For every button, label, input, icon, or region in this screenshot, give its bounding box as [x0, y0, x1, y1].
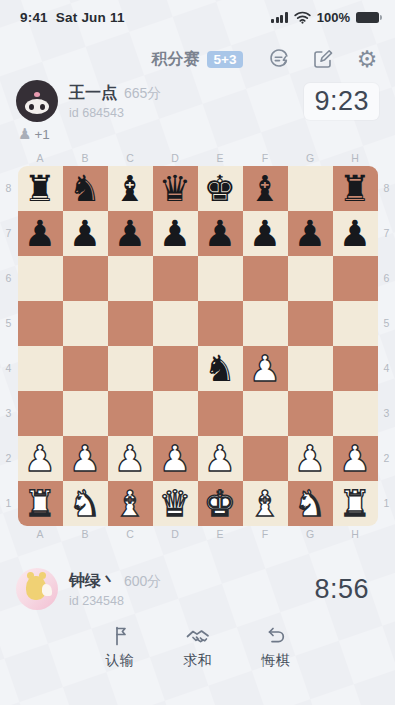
square-d8[interactable]: ♛ — [153, 166, 198, 211]
rank-label-5: 5 — [2, 301, 16, 346]
black-pawn: ♟ — [294, 211, 326, 256]
file-label-c: C — [108, 526, 153, 542]
square-a2[interactable]: ♟ — [18, 436, 63, 481]
square-a4[interactable] — [18, 346, 63, 391]
square-b1[interactable]: ♞ — [63, 481, 108, 526]
top-player-material: ♟ +1 — [0, 122, 395, 144]
black-knight: ♞ — [69, 166, 101, 211]
square-g8[interactable] — [288, 166, 333, 211]
file-label-e: E — [198, 526, 243, 542]
file-label-g: G — [288, 526, 333, 542]
white-pawn: ♟ — [114, 436, 146, 481]
rank-label-1: 1 — [2, 481, 16, 526]
white-pawn: ♟ — [249, 346, 281, 391]
file-label-b: B — [63, 526, 108, 542]
square-c2[interactable]: ♟ — [108, 436, 153, 481]
file-label-d: D — [153, 526, 198, 542]
settings-icon[interactable]: ⚙ — [355, 47, 379, 71]
square-h6[interactable] — [333, 256, 378, 301]
square-b7[interactable]: ♟ — [63, 211, 108, 256]
rank-label-8: 8 — [2, 166, 16, 211]
square-b6[interactable] — [63, 256, 108, 301]
square-a3[interactable] — [18, 391, 63, 436]
battery-icon — [356, 12, 379, 23]
time-control-badge: 5+3 — [207, 51, 244, 68]
square-f6[interactable] — [243, 256, 288, 301]
file-label-g: G — [288, 150, 333, 166]
square-d3[interactable] — [153, 391, 198, 436]
black-knight: ♞ — [204, 346, 236, 391]
black-rook: ♜ — [24, 166, 56, 211]
file-label-b: B — [63, 150, 108, 166]
black-pawn: ♟ — [24, 211, 56, 256]
square-e5[interactable] — [198, 301, 243, 346]
square-a5[interactable] — [18, 301, 63, 346]
rank-label-7: 7 — [2, 211, 16, 256]
white-pawn: ♟ — [204, 436, 236, 481]
rank-label-3: 3 — [2, 391, 16, 436]
rank-label-3: 3 — [380, 391, 394, 436]
bottom-player-rating: 600分 — [124, 573, 161, 591]
square-c5[interactable] — [108, 301, 153, 346]
square-d4[interactable] — [153, 346, 198, 391]
square-c1[interactable]: ♝ — [108, 481, 153, 526]
offer-draw-button[interactable]: 求和 — [184, 624, 212, 670]
black-bishop: ♝ — [249, 166, 281, 211]
top-player-id: id 684543 — [69, 106, 161, 120]
square-b3[interactable] — [63, 391, 108, 436]
square-b8[interactable]: ♞ — [63, 166, 108, 211]
rank-label-6: 6 — [2, 256, 16, 301]
black-pawn: ♟ — [159, 211, 191, 256]
square-f2[interactable] — [243, 436, 288, 481]
white-king: ♚ — [204, 481, 236, 526]
game-header: 积分赛 5+3 ⚙ — [0, 46, 395, 72]
status-time: 9:41 — [20, 10, 48, 25]
rank-label-1: 1 — [380, 481, 394, 526]
black-rook: ♜ — [339, 166, 371, 211]
rank-labels-right: 87654321 — [380, 166, 394, 526]
square-e6[interactable] — [198, 256, 243, 301]
wifi-icon — [294, 11, 311, 24]
black-pawn: ♟ — [249, 211, 281, 256]
black-pawn: ♟ — [114, 211, 146, 256]
file-labels-bottom: ABCDEFGH — [18, 526, 378, 542]
file-label-c: C — [108, 150, 153, 166]
white-knight: ♞ — [294, 481, 326, 526]
rank-label-2: 2 — [2, 436, 16, 481]
square-h3[interactable] — [333, 391, 378, 436]
resign-label: 认输 — [106, 652, 134, 670]
material-count: +1 — [34, 127, 49, 142]
square-b4[interactable] — [63, 346, 108, 391]
captured-pawn-icon: ♟ — [18, 126, 31, 142]
rank-label-7: 7 — [380, 211, 394, 256]
square-a8[interactable]: ♜ — [18, 166, 63, 211]
square-f5[interactable] — [243, 301, 288, 346]
square-b5[interactable] — [63, 301, 108, 346]
battery-percent: 100% — [317, 10, 350, 25]
black-king: ♚ — [204, 166, 236, 211]
top-player-avatar[interactable] — [16, 80, 58, 122]
game-mode-label: 积分赛 — [152, 49, 200, 70]
chess-board: ♜♞♝♛♚♝♜♟♟♟♟♟♟♟♟♞♟♟♟♟♟♟♟♟♜♞♝♛♚♝♞♜ — [18, 166, 378, 526]
square-g3[interactable] — [288, 391, 333, 436]
file-label-a: A — [18, 150, 63, 166]
square-c7[interactable]: ♟ — [108, 211, 153, 256]
compose-icon[interactable] — [311, 47, 335, 71]
square-e2[interactable]: ♟ — [198, 436, 243, 481]
square-d6[interactable] — [153, 256, 198, 301]
analysis-icon[interactable] — [267, 47, 291, 71]
black-bishop: ♝ — [114, 166, 146, 211]
white-bishop: ♝ — [114, 481, 146, 526]
file-label-a: A — [18, 526, 63, 542]
square-c8[interactable]: ♝ — [108, 166, 153, 211]
file-label-h: H — [333, 526, 378, 542]
white-knight: ♞ — [69, 481, 101, 526]
chess-board-zone: ABCDEFGH ♜♞♝♛♚♝♜♟♟♟♟♟♟♟♟♞♟♟♟♟♟♟♟♟♜♞♝♛♚♝♞… — [18, 150, 378, 542]
square-e4[interactable]: ♞ — [198, 346, 243, 391]
white-queen: ♛ — [159, 481, 191, 526]
top-player-clock: 9:23 — [304, 83, 379, 120]
file-label-d: D — [153, 150, 198, 166]
square-d5[interactable] — [153, 301, 198, 346]
square-h1[interactable]: ♜ — [333, 481, 378, 526]
top-player-rating: 665分 — [124, 85, 161, 103]
square-h7[interactable]: ♟ — [333, 211, 378, 256]
file-labels-top: ABCDEFGH — [18, 150, 378, 166]
square-d1[interactable]: ♛ — [153, 481, 198, 526]
white-pawn: ♟ — [69, 436, 101, 481]
square-b2[interactable]: ♟ — [63, 436, 108, 481]
square-a1[interactable]: ♜ — [18, 481, 63, 526]
square-f7[interactable]: ♟ — [243, 211, 288, 256]
undo-icon — [264, 624, 288, 648]
square-c6[interactable] — [108, 256, 153, 301]
white-pawn: ♟ — [294, 436, 326, 481]
square-f4[interactable]: ♟ — [243, 346, 288, 391]
rank-label-4: 4 — [380, 346, 394, 391]
cellular-signal-icon — [271, 12, 288, 23]
white-rook: ♜ — [339, 481, 371, 526]
square-c3[interactable] — [108, 391, 153, 436]
white-pawn: ♟ — [339, 436, 371, 481]
square-f3[interactable] — [243, 391, 288, 436]
file-label-e: E — [198, 150, 243, 166]
square-g1[interactable]: ♞ — [288, 481, 333, 526]
bottom-player-id: id 234548 — [69, 594, 161, 608]
square-g2[interactable]: ♟ — [288, 436, 333, 481]
white-rook: ♜ — [24, 481, 56, 526]
square-e1[interactable]: ♚ — [198, 481, 243, 526]
square-a7[interactable]: ♟ — [18, 211, 63, 256]
square-f1[interactable]: ♝ — [243, 481, 288, 526]
bottom-player-clock: 8:56 — [304, 571, 379, 608]
bottom-player-name: 钟绿丶 — [69, 571, 117, 592]
file-label-h: H — [333, 150, 378, 166]
square-a6[interactable] — [18, 256, 63, 301]
square-f8[interactable]: ♝ — [243, 166, 288, 211]
file-label-f: F — [243, 150, 288, 166]
rank-label-4: 4 — [2, 346, 16, 391]
black-pawn: ♟ — [339, 211, 371, 256]
rank-label-5: 5 — [380, 301, 394, 346]
square-h5[interactable] — [333, 301, 378, 346]
white-pawn: ♟ — [159, 436, 191, 481]
rank-label-8: 8 — [380, 166, 394, 211]
square-g6[interactable] — [288, 256, 333, 301]
flag-icon — [108, 624, 132, 648]
rank-labels-left: 87654321 — [2, 166, 16, 526]
status-date: Sat Jun 11 — [56, 10, 125, 25]
square-e8[interactable]: ♚ — [198, 166, 243, 211]
white-bishop: ♝ — [249, 481, 281, 526]
rank-label-2: 2 — [380, 436, 394, 481]
offer-draw-label: 求和 — [184, 652, 212, 670]
square-c4[interactable] — [108, 346, 153, 391]
black-queen: ♛ — [159, 166, 191, 211]
resign-button[interactable]: 认输 — [106, 624, 134, 670]
black-pawn: ♟ — [204, 211, 236, 256]
top-player-name: 王一点 — [69, 83, 117, 104]
black-pawn: ♟ — [69, 211, 101, 256]
action-bar: 认输 求和 悔棋 — [0, 624, 395, 670]
square-d2[interactable]: ♟ — [153, 436, 198, 481]
square-g4[interactable] — [288, 346, 333, 391]
square-h2[interactable]: ♟ — [333, 436, 378, 481]
square-g5[interactable] — [288, 301, 333, 346]
handshake-icon — [185, 624, 211, 648]
takeback-button[interactable]: 悔棋 — [262, 624, 290, 670]
square-e3[interactable] — [198, 391, 243, 436]
top-player-card: 王一点 665分 id 684543 9:23 — [0, 80, 395, 122]
square-h4[interactable] — [333, 346, 378, 391]
file-label-f: F — [243, 526, 288, 542]
takeback-label: 悔棋 — [262, 652, 290, 670]
white-pawn: ♟ — [24, 436, 56, 481]
square-e7[interactable]: ♟ — [198, 211, 243, 256]
bottom-player-card: 钟绿丶 600分 id 234548 8:56 — [0, 568, 395, 610]
square-g7[interactable]: ♟ — [288, 211, 333, 256]
bottom-player-avatar[interactable] — [16, 568, 58, 610]
status-bar: 9:41 Sat Jun 11 100% — [0, 0, 395, 30]
rank-label-6: 6 — [380, 256, 394, 301]
square-h8[interactable]: ♜ — [333, 166, 378, 211]
square-d7[interactable]: ♟ — [153, 211, 198, 256]
